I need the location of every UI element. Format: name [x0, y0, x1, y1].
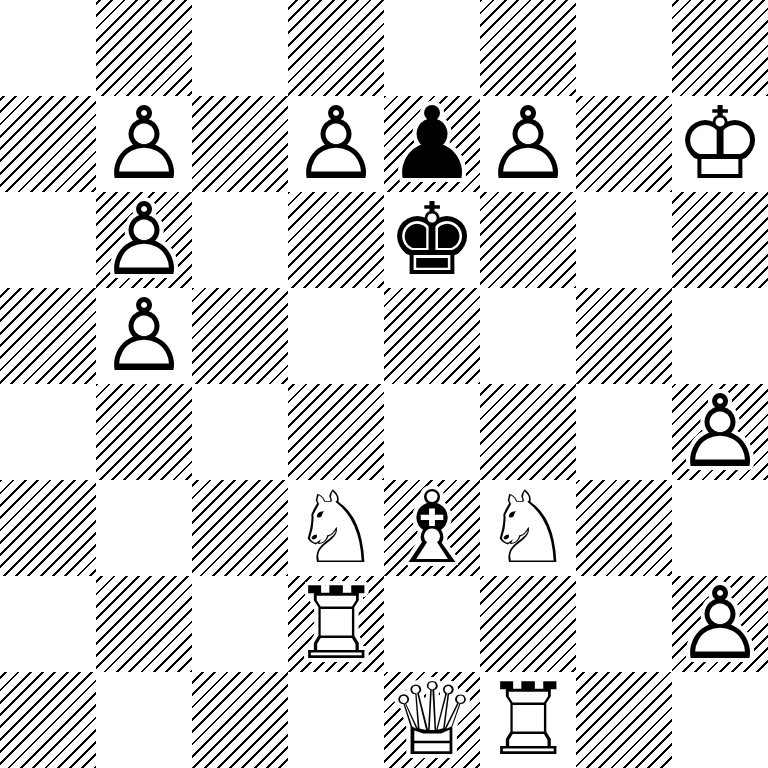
- white-knight-halo: ♞: [480, 480, 576, 576]
- chess-board: ♟♙♟♙♟♟♟♙♚♔♟♙♚♚♟♙♟♙♞♘♝♗♞♘♜♖♟♙♛♕♜♖: [0, 0, 768, 768]
- square-b8[interactable]: [96, 0, 192, 96]
- square-c6[interactable]: [192, 192, 288, 288]
- white-pawn-halo: ♟: [672, 384, 768, 480]
- square-g6[interactable]: [576, 192, 672, 288]
- square-b2[interactable]: [96, 576, 192, 672]
- square-h8[interactable]: [672, 0, 768, 96]
- square-a5[interactable]: [0, 288, 96, 384]
- square-c5[interactable]: [192, 288, 288, 384]
- white-pawn: ♙: [672, 576, 768, 672]
- square-f3[interactable]: ♞♘: [480, 480, 576, 576]
- square-e4[interactable]: [384, 384, 480, 480]
- square-c8[interactable]: [192, 0, 288, 96]
- square-d3[interactable]: ♞♘: [288, 480, 384, 576]
- square-g4[interactable]: [576, 384, 672, 480]
- square-b7[interactable]: ♟♙: [96, 96, 192, 192]
- square-g3[interactable]: [576, 480, 672, 576]
- square-a2[interactable]: [0, 576, 96, 672]
- square-h2[interactable]: ♟♙: [672, 576, 768, 672]
- square-a3[interactable]: [0, 480, 96, 576]
- white-pawn: ♙: [96, 96, 192, 192]
- square-h3[interactable]: [672, 480, 768, 576]
- square-d5[interactable]: [288, 288, 384, 384]
- square-h5[interactable]: [672, 288, 768, 384]
- square-d6[interactable]: [288, 192, 384, 288]
- white-rook: ♖: [288, 576, 384, 672]
- square-e3[interactable]: ♝♗: [384, 480, 480, 576]
- white-pawn-halo: ♟: [480, 96, 576, 192]
- black-pawn: ♟: [384, 96, 480, 192]
- square-f6[interactable]: [480, 192, 576, 288]
- white-rook: ♖: [480, 672, 576, 768]
- square-a1[interactable]: [0, 672, 96, 768]
- white-pawn: ♙: [96, 288, 192, 384]
- square-c7[interactable]: [192, 96, 288, 192]
- square-b6[interactable]: ♟♙: [96, 192, 192, 288]
- square-c3[interactable]: [192, 480, 288, 576]
- square-b5[interactable]: ♟♙: [96, 288, 192, 384]
- square-a6[interactable]: [0, 192, 96, 288]
- square-a7[interactable]: [0, 96, 96, 192]
- square-e8[interactable]: [384, 0, 480, 96]
- square-c4[interactable]: [192, 384, 288, 480]
- white-queen-halo: ♛: [384, 672, 480, 768]
- white-pawn-halo: ♟: [96, 96, 192, 192]
- square-c1[interactable]: [192, 672, 288, 768]
- white-king: ♔: [672, 96, 768, 192]
- square-d8[interactable]: [288, 0, 384, 96]
- square-d7[interactable]: ♟♙: [288, 96, 384, 192]
- square-e7[interactable]: ♟♟: [384, 96, 480, 192]
- square-f5[interactable]: [480, 288, 576, 384]
- black-pawn-halo: ♟: [384, 96, 480, 192]
- white-queen: ♕: [384, 672, 480, 768]
- square-b3[interactable]: [96, 480, 192, 576]
- square-h1[interactable]: [672, 672, 768, 768]
- square-g1[interactable]: [576, 672, 672, 768]
- square-e6[interactable]: ♚♚: [384, 192, 480, 288]
- square-f8[interactable]: [480, 0, 576, 96]
- square-g8[interactable]: [576, 0, 672, 96]
- square-g7[interactable]: [576, 96, 672, 192]
- square-f4[interactable]: [480, 384, 576, 480]
- white-bishop-halo: ♝: [384, 480, 480, 576]
- square-h6[interactable]: [672, 192, 768, 288]
- square-h7[interactable]: ♚♔: [672, 96, 768, 192]
- white-pawn-halo: ♟: [96, 192, 192, 288]
- square-d4[interactable]: [288, 384, 384, 480]
- white-rook-halo: ♜: [480, 672, 576, 768]
- square-a8[interactable]: [0, 0, 96, 96]
- white-pawn: ♙: [96, 192, 192, 288]
- square-d1[interactable]: [288, 672, 384, 768]
- square-e1[interactable]: ♛♕: [384, 672, 480, 768]
- square-b1[interactable]: [96, 672, 192, 768]
- white-pawn: ♙: [672, 384, 768, 480]
- white-bishop: ♗: [384, 480, 480, 576]
- white-knight: ♘: [480, 480, 576, 576]
- square-g5[interactable]: [576, 288, 672, 384]
- white-pawn-halo: ♟: [288, 96, 384, 192]
- black-king-halo: ♚: [384, 192, 480, 288]
- square-e5[interactable]: [384, 288, 480, 384]
- square-g2[interactable]: [576, 576, 672, 672]
- square-h4[interactable]: ♟♙: [672, 384, 768, 480]
- white-pawn-halo: ♟: [672, 576, 768, 672]
- white-pawn-halo: ♟: [96, 288, 192, 384]
- white-knight-halo: ♞: [288, 480, 384, 576]
- black-king: ♚: [384, 192, 480, 288]
- white-knight: ♘: [288, 480, 384, 576]
- white-pawn: ♙: [288, 96, 384, 192]
- square-f1[interactable]: ♜♖: [480, 672, 576, 768]
- square-a4[interactable]: [0, 384, 96, 480]
- square-f2[interactable]: [480, 576, 576, 672]
- square-b4[interactable]: [96, 384, 192, 480]
- white-pawn: ♙: [480, 96, 576, 192]
- square-c2[interactable]: [192, 576, 288, 672]
- square-d2[interactable]: ♜♖: [288, 576, 384, 672]
- square-f7[interactable]: ♟♙: [480, 96, 576, 192]
- square-e2[interactable]: [384, 576, 480, 672]
- white-king-halo: ♚: [672, 96, 768, 192]
- white-rook-halo: ♜: [288, 576, 384, 672]
